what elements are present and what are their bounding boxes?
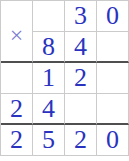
cell-r1c2 [33, 1, 65, 32]
cell-r1c3: 3 [65, 1, 97, 32]
cell-r4c3 [65, 94, 97, 125]
cell-r3c2: 1 [33, 63, 65, 94]
multiply-sign: × [10, 23, 24, 47]
cell-r5c4: 0 [97, 125, 129, 156]
cell-r2c2: 8 [33, 32, 65, 63]
cell-r3c1 [1, 63, 33, 94]
cell-r4c2: 4 [33, 94, 65, 125]
cell-operator: × [1, 1, 33, 63]
cell-r2c4 [97, 32, 129, 63]
cell-r5c1: 2 [1, 125, 33, 156]
cell-r4c1: 2 [1, 94, 33, 125]
cell-r3c4 [97, 63, 129, 94]
cell-r5c3: 2 [65, 125, 97, 156]
cell-r4c4 [97, 94, 129, 125]
cell-r2c3: 4 [65, 32, 97, 63]
cell-r1c4: 0 [97, 1, 129, 32]
multiplication-board: × 3 0 8 4 1 2 2 4 2 5 2 0 [0, 0, 129, 156]
cell-r5c2: 5 [33, 125, 65, 156]
cell-r3c3: 2 [65, 63, 97, 94]
